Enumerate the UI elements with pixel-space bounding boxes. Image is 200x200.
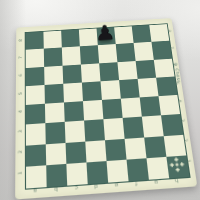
coordinate-label: c	[75, 185, 78, 192]
board-square	[144, 136, 166, 158]
coordinate-label: 1	[17, 171, 22, 174]
coordinate-label: 5	[18, 92, 23, 95]
board-square	[81, 63, 101, 82]
board-square	[26, 165, 47, 189]
coordinate-label: a	[34, 188, 37, 195]
board-square	[26, 104, 46, 125]
board-square	[114, 26, 133, 44]
board-grid	[25, 23, 191, 190]
board-square	[132, 25, 152, 43]
board-square	[63, 82, 83, 102]
coordinate-label: 3	[180, 119, 185, 122]
board-square	[134, 42, 154, 61]
board-square	[66, 141, 87, 164]
board-square	[80, 45, 99, 64]
board-square	[46, 142, 67, 165]
board-square	[103, 118, 124, 140]
board-square	[26, 32, 44, 50]
chess-mat: ♟ abcdefgh 87654321 87654321 ♔ Chess	[15, 18, 197, 199]
board-square	[46, 164, 67, 187]
board-square	[66, 162, 87, 185]
board-square	[65, 121, 86, 143]
coordinate-label: d	[95, 183, 99, 190]
board-square	[26, 123, 46, 145]
board-square	[44, 48, 63, 67]
coordinate-label: 8	[167, 30, 172, 33]
board-square	[98, 44, 118, 63]
board-square	[146, 157, 169, 180]
board-square	[45, 84, 64, 104]
board-square	[45, 102, 65, 123]
board-square	[63, 64, 82, 83]
coordinate-label: 7	[169, 47, 174, 50]
board-square	[119, 79, 140, 99]
coordinate-label: 2	[18, 150, 23, 153]
coordinate-label: 8	[18, 39, 23, 42]
board-square	[26, 66, 45, 86]
coordinate-label: h	[174, 178, 178, 185]
board-square	[102, 99, 123, 120]
coordinate-label: g	[154, 179, 158, 186]
board-square	[82, 81, 102, 101]
board-square	[123, 117, 144, 139]
board-square	[121, 97, 142, 118]
coordinate-label: 4	[18, 110, 23, 113]
coordinate-label: 2	[183, 139, 189, 142]
board-square	[125, 137, 147, 159]
coordinate-label: 7	[18, 56, 23, 59]
board-square	[26, 85, 45, 105]
board-square	[105, 138, 127, 160]
board-square	[84, 119, 105, 141]
board-square	[99, 62, 119, 81]
board-square	[142, 116, 164, 137]
board-square	[45, 122, 65, 144]
board-square	[43, 31, 61, 49]
board-square	[86, 161, 108, 184]
board-square	[136, 59, 157, 78]
corner-crosses-emblem	[168, 157, 185, 173]
board-square	[116, 43, 136, 62]
board-square	[117, 61, 137, 80]
board-square	[61, 30, 80, 48]
coordinate-label: e	[115, 182, 119, 189]
black-pawn: ♟	[95, 16, 115, 43]
board-square	[26, 49, 44, 68]
coordinate-label: f	[135, 181, 138, 188]
coordinate-label: 6	[18, 74, 23, 77]
board-square	[85, 140, 106, 162]
board-square	[138, 77, 159, 97]
photo-background: ♟ abcdefgh 87654321 87654321 ♔ Chess	[0, 0, 200, 200]
coordinate-label: 3	[18, 130, 23, 133]
board-square	[62, 47, 81, 66]
board-square	[101, 80, 121, 100]
board-square	[64, 101, 84, 122]
board-square	[26, 144, 46, 167]
board-square	[107, 159, 129, 182]
board-square	[127, 158, 149, 181]
rank-labels-left: 87654321	[16, 32, 24, 184]
coordinate-label: 1	[186, 159, 192, 162]
board-square	[140, 96, 161, 117]
coordinate-label: b	[54, 186, 58, 193]
board-square	[44, 65, 63, 84]
board-square	[83, 100, 103, 121]
